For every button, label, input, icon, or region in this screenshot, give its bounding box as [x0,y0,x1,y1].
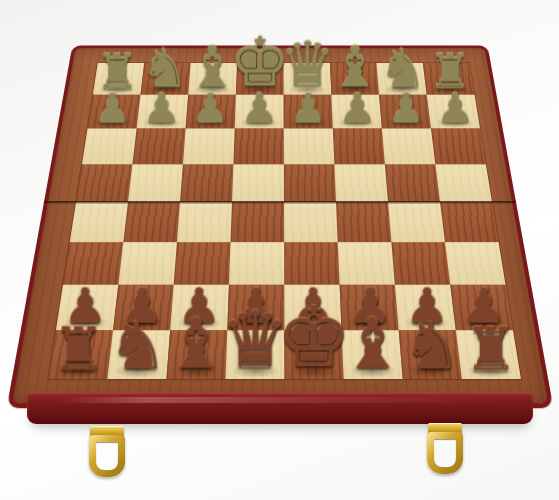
square-b4[interactable] [123,202,180,242]
clasp-left-loop-icon [89,435,125,477]
square-c5[interactable] [180,164,233,202]
photo-stage: ♜♞♝♚♛♝♞♜♟♟♟♟♟♟♟♟♟♟♟♟♟♟♟♟♜♞♝♛♚♝♞♜ [0,0,559,500]
box-front-edge [27,392,533,424]
clasp-right[interactable] [422,423,468,481]
square-g6[interactable] [381,129,434,165]
square-f6[interactable] [332,129,384,165]
clasp-left[interactable] [84,426,130,484]
square-a4[interactable] [69,202,127,242]
square-b6[interactable] [132,129,185,165]
square-h7[interactable]: ♟ [426,95,479,129]
chess-board: ♜♞♝♚♛♝♞♜♟♟♟♟♟♟♟♟♟♟♟♟♟♟♟♟♜♞♝♛♚♝♞♜ [48,63,521,379]
square-e4[interactable] [284,202,338,242]
square-d6[interactable] [233,129,283,165]
square-g5[interactable] [384,164,439,202]
square-c6[interactable] [182,129,234,165]
square-a6[interactable] [81,129,136,165]
square-a1[interactable]: ♜ [48,330,113,379]
piece-copper-rook[interactable]: ♜ [449,320,531,379]
lacquer-gloss-highlight [57,397,502,403]
piece-copper-rook[interactable]: ♜ [37,320,119,379]
square-h6[interactable] [430,129,485,165]
square-a5[interactable] [76,164,132,202]
square-d4[interactable] [230,202,284,242]
square-e6[interactable] [283,129,334,165]
square-h5[interactable] [435,164,492,202]
square-c4[interactable] [176,202,231,242]
square-d5[interactable] [232,164,284,202]
board-frame: ♜♞♝♚♛♝♞♜♟♟♟♟♟♟♟♟♟♟♟♟♟♟♟♟♜♞♝♛♚♝♞♜ [6,45,553,408]
square-e5[interactable] [283,164,335,202]
piece-brass-pawn[interactable]: ♟ [421,88,489,129]
square-g4[interactable] [388,202,445,242]
clasp-right-loop-icon [427,432,463,474]
square-h1[interactable]: ♜ [455,330,520,379]
square-b5[interactable] [128,164,183,202]
square-f4[interactable] [336,202,391,242]
square-h4[interactable] [440,202,499,242]
square-f5[interactable] [334,164,388,202]
